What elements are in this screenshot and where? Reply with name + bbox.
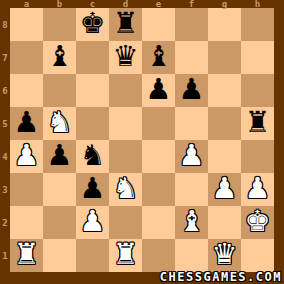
square-h1[interactable] (241, 239, 274, 272)
file-label-h: h (241, 0, 274, 8)
black-rook[interactable]: ♜ (113, 9, 139, 38)
black-pawn[interactable]: ♟ (80, 174, 106, 203)
square-g8[interactable] (208, 8, 241, 41)
rank-label-4: 4 (0, 140, 10, 173)
square-b8[interactable] (43, 8, 76, 41)
square-b5[interactable]: ♞ (43, 107, 76, 140)
square-e2[interactable] (142, 206, 175, 239)
square-c7[interactable] (76, 41, 109, 74)
white-pawn[interactable]: ♟ (80, 207, 106, 236)
square-d1[interactable]: ♜ (109, 239, 142, 272)
file-label-g: g (208, 0, 241, 8)
white-bishop[interactable]: ♝ (179, 207, 205, 236)
square-a3[interactable] (10, 173, 43, 206)
branding-text: CHESSGAMES.COM (160, 271, 282, 283)
square-b1[interactable] (43, 239, 76, 272)
square-f4[interactable]: ♟ (175, 140, 208, 173)
rank-label-2: 2 (0, 206, 10, 239)
square-f2[interactable]: ♝ (175, 206, 208, 239)
square-a2[interactable] (10, 206, 43, 239)
black-pawn[interactable]: ♟ (146, 75, 172, 104)
white-knight[interactable]: ♞ (47, 108, 73, 137)
square-h3[interactable]: ♟ (241, 173, 274, 206)
file-label-f: f (175, 0, 208, 8)
file-label-e: e (142, 0, 175, 8)
black-bishop[interactable]: ♝ (47, 42, 73, 71)
square-c5[interactable] (76, 107, 109, 140)
black-pawn[interactable]: ♟ (179, 75, 205, 104)
square-b6[interactable] (43, 74, 76, 107)
rank-label-3: 3 (0, 173, 10, 206)
rank-label-1: 1 (0, 239, 10, 272)
square-a8[interactable] (10, 8, 43, 41)
square-d4[interactable] (109, 140, 142, 173)
square-e4[interactable] (142, 140, 175, 173)
square-d6[interactable] (109, 74, 142, 107)
square-d2[interactable] (109, 206, 142, 239)
rank-label-8: 8 (0, 8, 10, 41)
white-king[interactable]: ♚ (245, 207, 271, 236)
square-c6[interactable] (76, 74, 109, 107)
square-h5[interactable]: ♜ (241, 107, 274, 140)
square-d7[interactable]: ♛ (109, 41, 142, 74)
square-f7[interactable] (175, 41, 208, 74)
board: ♚♜♝♛♝♟♟♟♞♜♟♟♞♟♟♞♟♟♟♝♚♜♜♛ (10, 8, 274, 272)
square-f8[interactable] (175, 8, 208, 41)
white-knight[interactable]: ♞ (113, 174, 139, 203)
black-queen[interactable]: ♛ (113, 42, 139, 71)
black-king[interactable]: ♚ (80, 9, 106, 38)
white-rook[interactable]: ♜ (113, 240, 139, 269)
rank-label-5: 5 (0, 107, 10, 140)
white-rook[interactable]: ♜ (14, 240, 40, 269)
file-label-b: b (43, 0, 76, 8)
black-bishop[interactable]: ♝ (146, 42, 172, 71)
square-c8[interactable]: ♚ (76, 8, 109, 41)
square-f1[interactable] (175, 239, 208, 272)
square-g3[interactable]: ♟ (208, 173, 241, 206)
square-g5[interactable] (208, 107, 241, 140)
square-f3[interactable] (175, 173, 208, 206)
square-e6[interactable]: ♟ (142, 74, 175, 107)
square-g2[interactable] (208, 206, 241, 239)
square-d3[interactable]: ♞ (109, 173, 142, 206)
square-c1[interactable] (76, 239, 109, 272)
square-h4[interactable] (241, 140, 274, 173)
square-a1[interactable]: ♜ (10, 239, 43, 272)
white-queen[interactable]: ♛ (212, 240, 238, 269)
file-label-c: c (76, 0, 109, 8)
square-g4[interactable] (208, 140, 241, 173)
square-b4[interactable]: ♟ (43, 140, 76, 173)
file-label-d: d (109, 0, 142, 8)
square-g7[interactable] (208, 41, 241, 74)
square-b3[interactable] (43, 173, 76, 206)
square-c4[interactable]: ♞ (76, 140, 109, 173)
black-pawn[interactable]: ♟ (14, 108, 40, 137)
white-pawn[interactable]: ♟ (179, 141, 205, 170)
chess-diagram: ♚♜♝♛♝♟♟♟♞♜♟♟♞♟♟♞♟♟♟♝♚♜♜♛ abcdefgh 876543… (0, 0, 284, 284)
square-a6[interactable] (10, 74, 43, 107)
square-d8[interactable]: ♜ (109, 8, 142, 41)
square-g1[interactable]: ♛ (208, 239, 241, 272)
square-a5[interactable]: ♟ (10, 107, 43, 140)
file-label-a: a (10, 0, 43, 8)
square-c2[interactable]: ♟ (76, 206, 109, 239)
rank-label-7: 7 (0, 41, 10, 74)
square-e7[interactable]: ♝ (142, 41, 175, 74)
square-e8[interactable] (142, 8, 175, 41)
square-c3[interactable]: ♟ (76, 173, 109, 206)
white-pawn[interactable]: ♟ (14, 141, 40, 170)
square-h2[interactable]: ♚ (241, 206, 274, 239)
rank-label-6: 6 (0, 74, 10, 107)
square-e1[interactable] (142, 239, 175, 272)
square-h8[interactable] (241, 8, 274, 41)
square-f6[interactable]: ♟ (175, 74, 208, 107)
white-pawn[interactable]: ♟ (212, 174, 238, 203)
square-h7[interactable] (241, 41, 274, 74)
square-b7[interactable]: ♝ (43, 41, 76, 74)
black-pawn[interactable]: ♟ (47, 141, 73, 170)
square-f5[interactable] (175, 107, 208, 140)
square-g6[interactable] (208, 74, 241, 107)
square-a7[interactable] (10, 41, 43, 74)
square-h6[interactable] (241, 74, 274, 107)
white-pawn[interactable]: ♟ (245, 174, 271, 203)
black-rook[interactable]: ♜ (245, 108, 271, 137)
square-d5[interactable] (109, 107, 142, 140)
square-b2[interactable] (43, 206, 76, 239)
black-knight[interactable]: ♞ (80, 141, 106, 170)
square-e5[interactable] (142, 107, 175, 140)
square-e3[interactable] (142, 173, 175, 206)
square-a4[interactable]: ♟ (10, 140, 43, 173)
